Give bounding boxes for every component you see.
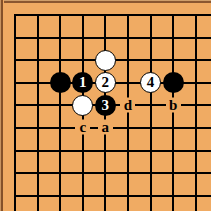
board-point-f4[interactable]: [117, 71, 140, 94]
board-point-i3[interactable]: [184, 49, 207, 72]
board-point-g6[interactable]: [139, 117, 162, 140]
board-point-a4[interactable]: [4, 71, 27, 94]
board-point-i8[interactable]: [184, 162, 207, 185]
board-point-c2[interactable]: [49, 26, 72, 49]
board-point-h6[interactable]: [162, 117, 185, 140]
board-point-f8[interactable]: [117, 162, 140, 185]
board-point-g8[interactable]: [139, 162, 162, 185]
board-point-d6[interactable]: c: [71, 117, 94, 140]
board-point-b6[interactable]: [26, 117, 49, 140]
board-point-f7[interactable]: [117, 139, 140, 162]
stone-black-move-1[interactable]: 1: [72, 72, 93, 93]
board-point-i5[interactable]: [184, 94, 207, 117]
board-point-g7[interactable]: [139, 139, 162, 162]
board-point-d8[interactable]: [71, 162, 94, 185]
point-label-d[interactable]: d: [120, 97, 135, 112]
board-point-d7[interactable]: [71, 139, 94, 162]
board-point-a7[interactable]: [4, 139, 27, 162]
stone-black[interactable]: [163, 72, 184, 93]
board-point-h1[interactable]: [162, 4, 185, 27]
board-point-a6[interactable]: [4, 117, 27, 140]
board-point-e3[interactable]: [94, 49, 117, 72]
move-number: 3: [102, 97, 110, 112]
move-number: 2: [102, 75, 110, 90]
board-point-f6[interactable]: [117, 117, 140, 140]
board-point-g5[interactable]: [139, 94, 162, 117]
board-point-c1[interactable]: [49, 4, 72, 27]
board-point-a1[interactable]: [4, 4, 27, 27]
board-point-a8[interactable]: [4, 162, 27, 185]
board-point-c3[interactable]: [49, 49, 72, 72]
board-point-b5[interactable]: [26, 94, 49, 117]
board-point-f1[interactable]: [117, 4, 140, 27]
board-point-f9[interactable]: [117, 184, 140, 207]
board-point-c9[interactable]: [49, 184, 72, 207]
move-number: 4: [147, 75, 155, 90]
board-point-e8[interactable]: [94, 162, 117, 185]
board-point-g2[interactable]: [139, 26, 162, 49]
board-point-c6[interactable]: [49, 117, 72, 140]
board-point-h4[interactable]: [162, 71, 185, 94]
board-point-b8[interactable]: [26, 162, 49, 185]
go-diagram: 1243dbca: [0, 0, 211, 211]
board-point-i4[interactable]: [184, 71, 207, 94]
move-number: 1: [79, 75, 87, 90]
stone-white[interactable]: [72, 95, 93, 116]
board-point-h3[interactable]: [162, 49, 185, 72]
board-point-i7[interactable]: [184, 139, 207, 162]
stone-black-move-3[interactable]: 3: [95, 95, 116, 116]
board-point-a9[interactable]: [4, 184, 27, 207]
board-point-i9[interactable]: [184, 184, 207, 207]
board-point-h9[interactable]: [162, 184, 185, 207]
board-point-h2[interactable]: [162, 26, 185, 49]
board-point-d3[interactable]: [71, 49, 94, 72]
board-point-e7[interactable]: [94, 139, 117, 162]
board-point-c7[interactable]: [49, 139, 72, 162]
board-point-d9[interactable]: [71, 184, 94, 207]
stone-black[interactable]: [50, 72, 71, 93]
board-point-d4[interactable]: 1: [71, 71, 94, 94]
board-point-a2[interactable]: [4, 26, 27, 49]
board-point-b1[interactable]: [26, 4, 49, 27]
board-point-g3[interactable]: [139, 49, 162, 72]
board-point-d1[interactable]: [71, 4, 94, 27]
board-point-f2[interactable]: [117, 26, 140, 49]
board-point-d2[interactable]: [71, 26, 94, 49]
board-point-c5[interactable]: [49, 94, 72, 117]
point-label-b[interactable]: b: [166, 97, 181, 112]
board-point-f5[interactable]: d: [117, 94, 140, 117]
board-point-e6[interactable]: a: [94, 117, 117, 140]
point-label-a[interactable]: a: [98, 120, 113, 135]
board-point-b3[interactable]: [26, 49, 49, 72]
board-point-c4[interactable]: [49, 71, 72, 94]
board-point-i6[interactable]: [184, 117, 207, 140]
board-point-g9[interactable]: [139, 184, 162, 207]
board-point-a3[interactable]: [4, 49, 27, 72]
board-point-b4[interactable]: [26, 71, 49, 94]
stone-white[interactable]: [95, 50, 116, 71]
board-point-i2[interactable]: [184, 26, 207, 49]
board-point-e2[interactable]: [94, 26, 117, 49]
point-label-c[interactable]: c: [75, 120, 90, 135]
board-point-e5[interactable]: 3: [94, 94, 117, 117]
board-point-h7[interactable]: [162, 139, 185, 162]
board-point-b2[interactable]: [26, 26, 49, 49]
board-point-e9[interactable]: [94, 184, 117, 207]
stone-white-move-4[interactable]: 4: [140, 72, 161, 93]
board-point-b9[interactable]: [26, 184, 49, 207]
board-point-b7[interactable]: [26, 139, 49, 162]
board-point-a5[interactable]: [4, 94, 27, 117]
stone-white-move-2[interactable]: 2: [95, 72, 116, 93]
board-point-d5[interactable]: [71, 94, 94, 117]
board-point-h8[interactable]: [162, 162, 185, 185]
board-point-g1[interactable]: [139, 4, 162, 27]
board-point-e4[interactable]: 2: [94, 71, 117, 94]
board-point-f3[interactable]: [117, 49, 140, 72]
board-point-g4[interactable]: 4: [139, 71, 162, 94]
board-point-h5[interactable]: b: [162, 94, 185, 117]
board-point-i1[interactable]: [184, 4, 207, 27]
board-point-e1[interactable]: [94, 4, 117, 27]
go-board-grid: 1243dbca: [4, 4, 207, 207]
board-point-c8[interactable]: [49, 162, 72, 185]
